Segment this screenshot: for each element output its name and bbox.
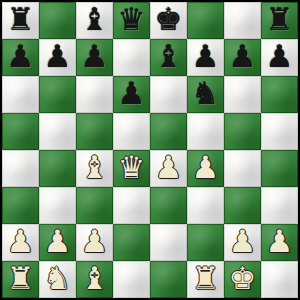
piece-white-queen: ♛ [118,152,146,183]
square-h7[interactable]: ♟ [261,39,298,76]
square-h6[interactable] [261,76,298,113]
square-g7[interactable]: ♟ [224,39,261,76]
piece-white-pawn: ♟ [192,152,220,183]
piece-white-bishop: ♝ [81,152,109,183]
piece-black-pawn: ♟ [7,41,35,72]
square-b8[interactable] [39,2,76,39]
square-g2[interactable]: ♟ [224,224,261,261]
square-c4[interactable]: ♝ [76,150,113,187]
piece-black-rook: ♜ [7,4,35,35]
square-a6[interactable] [2,76,39,113]
square-a7[interactable]: ♟ [2,39,39,76]
square-f7[interactable]: ♟ [187,39,224,76]
chess-board: ♜♝♛♚♜♟♟♟♝♟♟♟♟♞♝♛♟♟♟♟♟♟♟♜♞♝♜♚ [0,0,300,300]
piece-black-pawn: ♟ [118,78,146,109]
square-d5[interactable] [113,113,150,150]
piece-white-pawn: ♟ [155,152,183,183]
square-e1[interactable] [150,261,187,298]
square-c1[interactable]: ♝ [76,261,113,298]
piece-white-bishop: ♝ [81,263,109,294]
square-a2[interactable]: ♟ [2,224,39,261]
square-e4[interactable]: ♟ [150,150,187,187]
square-b4[interactable] [39,150,76,187]
square-h2[interactable]: ♟ [261,224,298,261]
square-b3[interactable] [39,187,76,224]
square-h5[interactable] [261,113,298,150]
square-d7[interactable] [113,39,150,76]
chess-board-wrap: ♜♝♛♚♜♟♟♟♝♟♟♟♟♞♝♛♟♟♟♟♟♟♟♜♞♝♜♚ [0,0,300,300]
piece-black-bishop: ♝ [155,41,183,72]
square-c6[interactable] [76,76,113,113]
square-f4[interactable]: ♟ [187,150,224,187]
piece-white-knight: ♞ [44,263,72,294]
square-a8[interactable]: ♜ [2,2,39,39]
square-f5[interactable] [187,113,224,150]
square-c8[interactable]: ♝ [76,2,113,39]
piece-black-pawn: ♟ [229,41,257,72]
piece-black-rook: ♜ [266,4,294,35]
piece-white-pawn: ♟ [229,226,257,257]
square-e5[interactable] [150,113,187,150]
square-a3[interactable] [2,187,39,224]
square-g3[interactable] [224,187,261,224]
piece-black-pawn: ♟ [266,41,294,72]
square-a4[interactable] [2,150,39,187]
square-e7[interactable]: ♝ [150,39,187,76]
square-e3[interactable] [150,187,187,224]
square-b6[interactable] [39,76,76,113]
piece-black-pawn: ♟ [192,41,220,72]
square-b1[interactable]: ♞ [39,261,76,298]
square-c7[interactable]: ♟ [76,39,113,76]
square-c5[interactable] [76,113,113,150]
piece-white-king: ♚ [229,263,257,294]
square-g5[interactable] [224,113,261,150]
square-f6[interactable]: ♞ [187,76,224,113]
square-b2[interactable]: ♟ [39,224,76,261]
square-d1[interactable] [113,261,150,298]
piece-white-pawn: ♟ [7,226,35,257]
piece-black-pawn: ♟ [44,41,72,72]
piece-white-pawn: ♟ [266,226,294,257]
piece-black-king: ♚ [155,4,183,35]
square-h3[interactable] [261,187,298,224]
square-f3[interactable] [187,187,224,224]
square-a1[interactable]: ♜ [2,261,39,298]
piece-black-pawn: ♟ [81,41,109,72]
piece-white-pawn: ♟ [44,226,72,257]
square-c3[interactable] [76,187,113,224]
square-d4[interactable]: ♛ [113,150,150,187]
square-g6[interactable] [224,76,261,113]
square-b5[interactable] [39,113,76,150]
square-d2[interactable] [113,224,150,261]
square-h1[interactable] [261,261,298,298]
square-g1[interactable]: ♚ [224,261,261,298]
square-f1[interactable]: ♜ [187,261,224,298]
piece-white-rook: ♜ [7,263,35,294]
square-b7[interactable]: ♟ [39,39,76,76]
square-e8[interactable]: ♚ [150,2,187,39]
square-f8[interactable] [187,2,224,39]
square-e2[interactable] [150,224,187,261]
square-a5[interactable] [2,113,39,150]
square-e6[interactable] [150,76,187,113]
square-c2[interactable]: ♟ [76,224,113,261]
square-d6[interactable]: ♟ [113,76,150,113]
square-d3[interactable] [113,187,150,224]
square-d8[interactable]: ♛ [113,2,150,39]
square-f2[interactable] [187,224,224,261]
square-h8[interactable]: ♜ [261,2,298,39]
square-h4[interactable] [261,150,298,187]
square-g8[interactable] [224,2,261,39]
square-g4[interactable] [224,150,261,187]
piece-black-queen: ♛ [118,4,146,35]
piece-black-knight: ♞ [192,78,220,109]
piece-black-bishop: ♝ [81,4,109,35]
piece-white-pawn: ♟ [81,226,109,257]
piece-white-rook: ♜ [192,263,220,294]
